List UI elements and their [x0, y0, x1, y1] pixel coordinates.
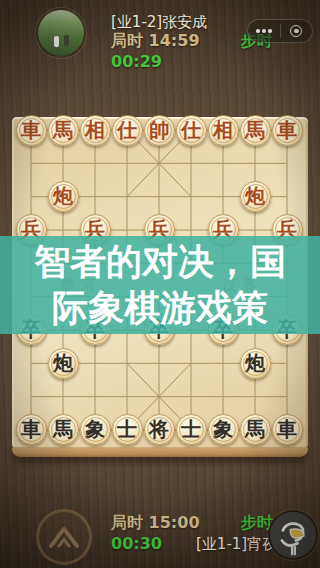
more-dots-icon — [256, 29, 272, 33]
black-piece-馬[interactable]: 馬 — [240, 414, 271, 445]
red-piece-車[interactable]: 車 — [272, 115, 303, 146]
bottom-player-name: [业1-1]宵夜 — [196, 535, 277, 554]
red-piece-仕[interactable]: 仕 — [112, 115, 143, 146]
red-piece-炮[interactable]: 炮 — [240, 181, 271, 212]
bottom-move-time-value: 00:30 — [111, 534, 162, 553]
avatar-photo-figure — [54, 36, 59, 47]
red-piece-車[interactable]: 車 — [16, 115, 47, 146]
top-player-name: [业1-2]张安成 — [111, 13, 207, 32]
black-piece-将[interactable]: 将 — [144, 414, 175, 445]
close-button[interactable] — [281, 20, 313, 42]
red-piece-馬[interactable]: 馬 — [240, 115, 271, 146]
black-piece-士[interactable]: 士 — [176, 414, 207, 445]
black-piece-車[interactable]: 車 — [272, 414, 303, 445]
miniprogram-capsule — [247, 19, 313, 43]
close-circle-icon — [290, 25, 302, 37]
bottom-game-time-value: 15:00 — [149, 513, 200, 532]
red-piece-仕[interactable]: 仕 — [176, 115, 207, 146]
top-game-time-value: 14:59 — [149, 31, 200, 50]
top-game-time-label: 局时 — [111, 31, 143, 50]
avatar-photo-figure — [64, 35, 69, 46]
black-piece-炮[interactable]: 炮 — [240, 348, 271, 379]
red-piece-相[interactable]: 相 — [80, 115, 111, 146]
board-bevel — [12, 447, 308, 457]
top-player-avatar[interactable] — [36, 8, 86, 58]
red-piece-馬[interactable]: 馬 — [48, 115, 79, 146]
top-move-time-value: 00:29 — [111, 52, 162, 71]
black-piece-象[interactable]: 象 — [208, 414, 239, 445]
red-piece-帥[interactable]: 帥 — [144, 115, 175, 146]
black-piece-象[interactable]: 象 — [80, 414, 111, 445]
red-piece-相[interactable]: 相 — [208, 115, 239, 146]
more-button[interactable] — [248, 20, 280, 42]
black-piece-車[interactable]: 車 — [16, 414, 47, 445]
black-piece-炮[interactable]: 炮 — [48, 348, 79, 379]
expand-menu-button[interactable] — [36, 509, 92, 565]
xiangqi-game-screen: [业1-2]张安成 局时 14:59 步时 00:29 — [0, 0, 320, 568]
red-piece-炮[interactable]: 炮 — [48, 181, 79, 212]
black-piece-馬[interactable]: 馬 — [48, 414, 79, 445]
title-line-2: 际象棋游戏策 — [0, 285, 320, 331]
black-piece-士[interactable]: 士 — [112, 414, 143, 445]
pelican-avatar-icon — [270, 512, 316, 558]
chevron-up-icon — [47, 524, 81, 550]
bottom-game-time-label: 局时 — [111, 513, 143, 532]
bottom-player-avatar[interactable] — [268, 510, 318, 560]
title-overlay-banner: 智者的对决，国 际象棋游戏策 — [0, 236, 320, 334]
title-line-1: 智者的对决，国 — [0, 239, 320, 285]
